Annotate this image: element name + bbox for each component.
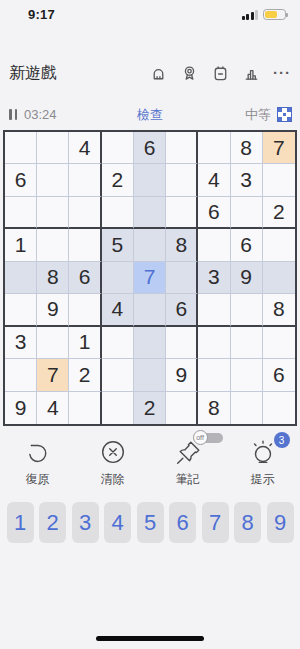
sudoku-cell-r3c7[interactable]: 6 <box>198 197 230 229</box>
toolbar: 復原 清除 off 筆記 <box>0 436 300 492</box>
sudoku-cell-r8c9[interactable]: 6 <box>263 359 295 391</box>
sudoku-cell-r7c5[interactable] <box>134 327 166 359</box>
sudoku-cell-r8c6[interactable]: 9 <box>166 359 198 391</box>
numpad-key-7[interactable]: 7 <box>202 502 229 543</box>
sudoku-cell-r5c8[interactable]: 9 <box>231 262 263 294</box>
notes-toggle[interactable]: off <box>193 430 225 445</box>
numpad-key-6[interactable]: 6 <box>169 502 196 543</box>
game-bar: 檢查 03:24 中等 <box>0 101 300 128</box>
sudoku-cell-r7c4[interactable] <box>102 327 134 359</box>
sudoku-cell-r6c4[interactable]: 4 <box>102 294 134 326</box>
sudoku-cell-r3c8[interactable] <box>231 197 263 229</box>
sudoku-cell-r4c5[interactable] <box>134 229 166 261</box>
sudoku-cell-r1c1[interactable] <box>5 132 37 164</box>
hint-label: 提示 <box>251 471 275 488</box>
numpad-key-3[interactable]: 3 <box>72 502 99 543</box>
cellular-signal-icon <box>242 10 259 20</box>
hint-badge: 3 <box>274 432 290 448</box>
page-title: 新遊戲 <box>9 63 57 84</box>
undo-button[interactable]: 復原 <box>0 436 75 492</box>
erase-icon <box>98 436 128 470</box>
sudoku-cell-r3c5[interactable] <box>134 197 166 229</box>
sudoku-cell-r1c3[interactable]: 4 <box>69 132 101 164</box>
sudoku-cell-r9c4[interactable] <box>102 392 134 424</box>
sudoku-cell-r3c9[interactable]: 2 <box>263 197 295 229</box>
sudoku-cell-r5c6[interactable] <box>166 262 198 294</box>
sudoku-cell-r4c1[interactable]: 1 <box>5 229 37 261</box>
sudoku-cell-r7c7[interactable] <box>198 327 230 359</box>
stats-icon[interactable] <box>241 63 261 83</box>
medal-icon[interactable] <box>179 63 199 83</box>
sudoku-cell-r2c6[interactable] <box>166 164 198 196</box>
sudoku-cell-r7c1[interactable]: 3 <box>5 327 37 359</box>
sudoku-cell-r9c7[interactable]: 8 <box>198 392 230 424</box>
sudoku-cell-r6c1[interactable] <box>5 294 37 326</box>
sudoku-cell-r4c8[interactable]: 6 <box>231 229 263 261</box>
sudoku-cell-r5c2[interactable]: 8 <box>37 262 69 294</box>
sudoku-cell-r9c9[interactable] <box>263 392 295 424</box>
notes-button[interactable]: off 筆記 <box>150 436 225 492</box>
sudoku-cell-r1c9[interactable]: 7 <box>263 132 295 164</box>
sudoku-cell-r7c6[interactable] <box>166 327 198 359</box>
sudoku-cell-r6c9[interactable]: 8 <box>263 294 295 326</box>
sudoku-cell-r1c5[interactable]: 6 <box>134 132 166 164</box>
sudoku-cell-r6c2[interactable]: 9 <box>37 294 69 326</box>
sudoku-cell-r7c3[interactable]: 1 <box>69 327 101 359</box>
sudoku-cell-r6c5[interactable] <box>134 294 166 326</box>
sudoku-cell-r8c3[interactable]: 2 <box>69 359 101 391</box>
sudoku-board: 468762436215868673994683172969428 <box>3 130 297 426</box>
erase-label: 清除 <box>101 471 125 488</box>
sudoku-cell-r1c6[interactable] <box>166 132 198 164</box>
sudoku-cell-r9c6[interactable] <box>166 392 198 424</box>
sudoku-cell-r1c8[interactable]: 8 <box>231 132 263 164</box>
numpad-key-5[interactable]: 5 <box>137 502 164 543</box>
sudoku-cell-r5c4[interactable] <box>102 262 134 294</box>
notes-label: 筆記 <box>176 471 200 488</box>
pushpin-icon: off <box>173 436 203 470</box>
header: 新遊戲 ··· <box>0 55 300 91</box>
sudoku-cell-r3c4[interactable] <box>102 197 134 229</box>
calendar-icon[interactable] <box>210 63 230 83</box>
sudoku-cell-r6c3[interactable] <box>69 294 101 326</box>
sudoku-cell-r3c6[interactable] <box>166 197 198 229</box>
numpad-key-2[interactable]: 2 <box>39 502 66 543</box>
sudoku-cell-r2c8[interactable]: 3 <box>231 164 263 196</box>
sudoku-cell-r5c7[interactable]: 3 <box>198 262 230 294</box>
sudoku-cell-r6c8[interactable] <box>231 294 263 326</box>
sudoku-cell-r6c6[interactable]: 6 <box>166 294 198 326</box>
sudoku-cell-r1c2[interactable] <box>37 132 69 164</box>
sudoku-cell-r3c3[interactable] <box>69 197 101 229</box>
sudoku-cell-r8c5[interactable] <box>134 359 166 391</box>
sudoku-cell-r9c3[interactable] <box>69 392 101 424</box>
sudoku-cell-r5c3[interactable]: 6 <box>69 262 101 294</box>
sudoku-cell-r2c5[interactable] <box>134 164 166 196</box>
sudoku-cell-r2c1[interactable]: 6 <box>5 164 37 196</box>
sudoku-cell-r8c2[interactable]: 7 <box>37 359 69 391</box>
sudoku-cell-r9c8[interactable] <box>231 392 263 424</box>
sudoku-cell-r8c7[interactable] <box>198 359 230 391</box>
sudoku-cell-r4c2[interactable] <box>37 229 69 261</box>
numpad-key-4[interactable]: 4 <box>104 502 131 543</box>
sudoku-cell-r7c9[interactable] <box>263 327 295 359</box>
sudoku-cell-r4c9[interactable] <box>263 229 295 261</box>
trophy-icon[interactable] <box>148 63 168 83</box>
sudoku-cell-r8c4[interactable] <box>102 359 134 391</box>
sudoku-cell-r2c9[interactable] <box>263 164 295 196</box>
sudoku-cell-r9c2[interactable]: 4 <box>37 392 69 424</box>
sudoku-cell-r8c1[interactable] <box>5 359 37 391</box>
sudoku-cell-r4c6[interactable]: 8 <box>166 229 198 261</box>
sudoku-cell-r2c3[interactable] <box>69 164 101 196</box>
check-button[interactable]: 檢查 <box>0 106 300 124</box>
sudoku-cell-r4c3[interactable] <box>69 229 101 261</box>
numpad-key-1[interactable]: 1 <box>7 502 34 543</box>
sudoku-cell-r9c1[interactable]: 9 <box>5 392 37 424</box>
sudoku-cell-r7c8[interactable] <box>231 327 263 359</box>
sudoku-cell-r4c7[interactable] <box>198 229 230 261</box>
sudoku-cell-r7c2[interactable] <box>37 327 69 359</box>
battery-icon <box>263 9 286 20</box>
numpad-key-8[interactable]: 8 <box>234 502 261 543</box>
sudoku-cell-r1c7[interactable] <box>198 132 230 164</box>
lightbulb-icon: 3 <box>248 436 278 470</box>
status-bar: 9:17 <box>0 0 300 26</box>
sudoku-cell-r3c1[interactable] <box>5 197 37 229</box>
sudoku-cell-r2c2[interactable] <box>37 164 69 196</box>
undo-label: 復原 <box>26 471 50 488</box>
numpad: 123456789 <box>0 502 300 543</box>
sudoku-cell-r5c5[interactable]: 7 <box>134 262 166 294</box>
undo-icon <box>23 436 53 470</box>
sudoku-cell-r8c8[interactable] <box>231 359 263 391</box>
sudoku-cell-r9c5[interactable]: 2 <box>134 392 166 424</box>
sudoku-cell-r4c4[interactable]: 5 <box>102 229 134 261</box>
status-time: 9:17 <box>28 7 55 22</box>
numpad-key-9[interactable]: 9 <box>267 502 294 543</box>
sudoku-cell-r2c7[interactable]: 4 <box>198 164 230 196</box>
erase-button[interactable]: 清除 <box>75 436 150 492</box>
sudoku-cell-r5c9[interactable] <box>263 262 295 294</box>
sudoku-cell-r5c1[interactable] <box>5 262 37 294</box>
sudoku-cell-r1c4[interactable] <box>102 132 134 164</box>
more-button[interactable]: ··· <box>272 63 292 83</box>
sudoku-cell-r6c7[interactable] <box>198 294 230 326</box>
home-indicator[interactable] <box>96 636 204 641</box>
hint-button[interactable]: 3 提示 <box>225 436 300 492</box>
sudoku-cell-r2c4[interactable]: 2 <box>102 164 134 196</box>
sudoku-cell-r3c2[interactable] <box>37 197 69 229</box>
